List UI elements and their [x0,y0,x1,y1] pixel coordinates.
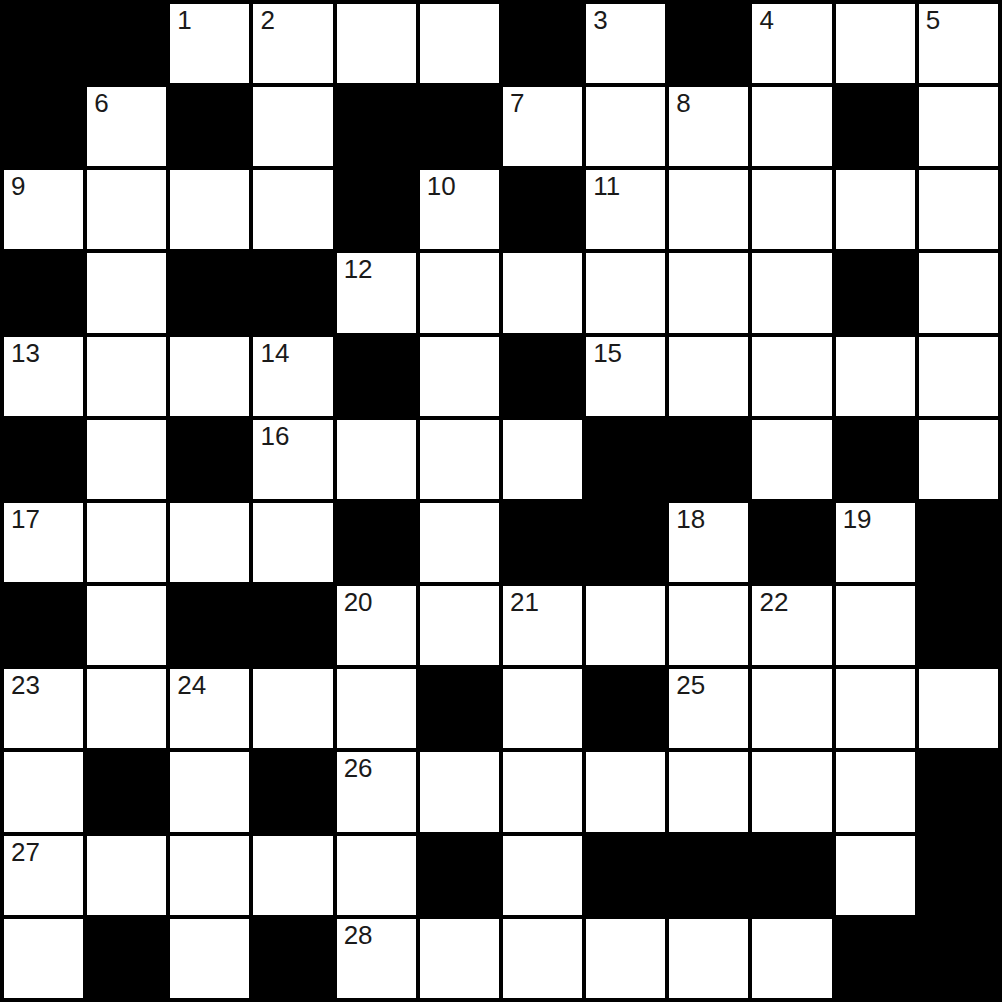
black-cell-r6c4 [337,503,416,582]
white-cell-r11c6[interactable] [503,919,582,998]
white-cell-r2c9[interactable] [752,170,831,249]
white-cell-r10c4[interactable] [337,836,416,915]
white-cell-r3c5[interactable] [420,253,499,332]
white-cell-r2c10[interactable] [836,170,915,249]
white-cell-r2c1[interactable] [87,170,166,249]
clue-number: 22 [759,588,788,618]
black-cell-r4c4 [337,337,416,416]
clue-number: 9 [11,172,25,202]
black-cell-r10c5 [420,836,499,915]
white-cell-r11c9[interactable] [752,919,831,998]
white-cell-r10c10[interactable] [836,836,915,915]
white-cell-r4c1[interactable] [87,337,166,416]
clue-number: 15 [593,339,622,369]
white-cell-r1c6[interactable]: 7 [503,87,582,166]
white-cell-r9c8[interactable] [669,752,748,831]
white-cell-r7c4[interactable]: 20 [337,586,416,665]
white-cell-r10c1[interactable] [87,836,166,915]
white-cell-r2c5[interactable]: 10 [420,170,499,249]
white-cell-r2c3[interactable] [253,170,332,249]
clue-number: 3 [593,6,607,36]
white-cell-r4c3[interactable]: 14 [253,337,332,416]
clue-number: 12 [344,255,373,285]
clue-number: 19 [843,505,872,535]
clue-number: 14 [260,339,289,369]
white-cell-r1c1[interactable]: 6 [87,87,166,166]
white-cell-r1c3[interactable] [253,87,332,166]
clue-number: 6 [94,89,108,119]
white-cell-r4c9[interactable] [752,337,831,416]
white-cell-r11c4[interactable]: 28 [337,919,416,998]
clue-number: 2 [260,6,274,36]
black-cell-r10c9 [752,836,831,915]
clue-number: 20 [344,588,373,618]
white-cell-r1c7[interactable] [586,87,665,166]
white-cell-r0c3[interactable]: 2 [253,4,332,83]
white-cell-r6c10[interactable]: 19 [836,503,915,582]
white-cell-r3c6[interactable] [503,253,582,332]
black-cell-r10c11 [919,836,998,915]
white-cell-r0c2[interactable]: 1 [170,4,249,83]
white-cell-r1c9[interactable] [752,87,831,166]
white-cell-r10c3[interactable] [253,836,332,915]
black-cell-r1c2 [170,87,249,166]
white-cell-r7c5[interactable] [420,586,499,665]
black-cell-r1c0 [4,87,83,166]
black-cell-r4c6 [503,337,582,416]
white-cell-r7c7[interactable] [586,586,665,665]
white-cell-r9c5[interactable] [420,752,499,831]
clue-number: 5 [926,6,940,36]
black-cell-r9c3 [253,752,332,831]
white-cell-r11c2[interactable] [170,919,249,998]
white-cell-r9c7[interactable] [586,752,665,831]
white-cell-r7c10[interactable] [836,586,915,665]
black-cell-r3c2 [170,253,249,332]
white-cell-r10c6[interactable] [503,836,582,915]
white-cell-r6c5[interactable] [420,503,499,582]
white-cell-r8c10[interactable] [836,669,915,748]
white-cell-r11c7[interactable] [586,919,665,998]
clue-number: 18 [676,505,705,535]
black-cell-r10c8 [669,836,748,915]
white-cell-r8c6[interactable] [503,669,582,748]
black-cell-r11c3 [253,919,332,998]
black-cell-r1c10 [836,87,915,166]
white-cell-r3c8[interactable] [669,253,748,332]
black-cell-r3c3 [253,253,332,332]
clue-number: 25 [676,671,705,701]
white-cell-r4c0[interactable]: 13 [4,337,83,416]
black-cell-r7c11 [919,586,998,665]
clue-number: 8 [676,89,690,119]
white-cell-r8c0[interactable]: 23 [4,669,83,748]
white-cell-r3c11[interactable] [919,253,998,332]
white-cell-r9c10[interactable] [836,752,915,831]
black-cell-r5c8 [669,420,748,499]
clue-number: 24 [177,671,206,701]
white-cell-r6c2[interactable] [170,503,249,582]
white-cell-r6c3[interactable] [253,503,332,582]
white-cell-r7c6[interactable]: 21 [503,586,582,665]
white-cell-r10c2[interactable] [170,836,249,915]
crossword-grid: 1234567891011121314151617181920212223242… [0,0,1002,1002]
white-cell-r4c7[interactable]: 15 [586,337,665,416]
black-cell-r11c11 [919,919,998,998]
black-cell-r8c7 [586,669,665,748]
black-cell-r6c7 [586,503,665,582]
black-cell-r5c10 [836,420,915,499]
white-cell-r8c4[interactable] [337,669,416,748]
white-cell-r7c9[interactable]: 22 [752,586,831,665]
white-cell-r6c1[interactable] [87,503,166,582]
clue-number: 26 [344,754,373,784]
white-cell-r5c1[interactable] [87,420,166,499]
clue-number: 16 [260,422,289,452]
white-cell-r4c8[interactable] [669,337,748,416]
white-cell-r5c9[interactable] [752,420,831,499]
white-cell-r9c2[interactable] [170,752,249,831]
white-cell-r1c8[interactable]: 8 [669,87,748,166]
white-cell-r9c6[interactable] [503,752,582,831]
white-cell-r8c3[interactable] [253,669,332,748]
black-cell-r0c8 [669,4,748,83]
black-cell-r3c0 [4,253,83,332]
white-cell-r4c5[interactable] [420,337,499,416]
white-cell-r0c11[interactable]: 5 [919,4,998,83]
black-cell-r10c7 [586,836,665,915]
white-cell-r10c0[interactable]: 27 [4,836,83,915]
white-cell-r2c7[interactable]: 11 [586,170,665,249]
white-cell-r2c0[interactable]: 9 [4,170,83,249]
white-cell-r6c0[interactable]: 17 [4,503,83,582]
white-cell-r11c5[interactable] [420,919,499,998]
white-cell-r0c5[interactable] [420,4,499,83]
white-cell-r8c1[interactable] [87,669,166,748]
clue-number: 4 [759,6,773,36]
white-cell-r5c4[interactable] [337,420,416,499]
black-cell-r7c3 [253,586,332,665]
white-cell-r5c11[interactable] [919,420,998,499]
white-cell-r2c8[interactable] [669,170,748,249]
white-cell-r9c0[interactable] [4,752,83,831]
black-cell-r0c0 [4,4,83,83]
black-cell-r6c9 [752,503,831,582]
white-cell-r3c4[interactable]: 12 [337,253,416,332]
clue-number: 21 [510,588,539,618]
black-cell-r9c11 [919,752,998,831]
clue-number: 10 [427,172,456,202]
white-cell-r0c9[interactable]: 4 [752,4,831,83]
white-cell-r0c10[interactable] [836,4,915,83]
black-cell-r6c6 [503,503,582,582]
clue-number: 17 [11,505,40,535]
black-cell-r11c10 [836,919,915,998]
white-cell-r0c7[interactable]: 3 [586,4,665,83]
white-cell-r7c1[interactable] [87,586,166,665]
clue-number: 1 [177,6,191,36]
white-cell-r8c9[interactable] [752,669,831,748]
black-cell-r1c5 [420,87,499,166]
black-cell-r7c0 [4,586,83,665]
white-cell-r6c8[interactable]: 18 [669,503,748,582]
white-cell-r8c11[interactable] [919,669,998,748]
black-cell-r8c5 [420,669,499,748]
black-cell-r5c7 [586,420,665,499]
white-cell-r4c10[interactable] [836,337,915,416]
clue-number: 28 [344,921,373,951]
black-cell-r3c10 [836,253,915,332]
white-cell-r9c4[interactable]: 26 [337,752,416,831]
white-cell-r0c4[interactable] [337,4,416,83]
black-cell-r2c6 [503,170,582,249]
clue-number: 23 [11,671,40,701]
clue-number: 13 [11,339,40,369]
black-cell-r0c1 [87,4,166,83]
white-cell-r4c11[interactable] [919,337,998,416]
white-cell-r1c11[interactable] [919,87,998,166]
black-cell-r7c2 [170,586,249,665]
white-cell-r8c2[interactable]: 24 [170,669,249,748]
black-cell-r1c4 [337,87,416,166]
white-cell-r8c8[interactable]: 25 [669,669,748,748]
black-cell-r11c1 [87,919,166,998]
white-cell-r9c9[interactable] [752,752,831,831]
black-cell-r6c11 [919,503,998,582]
white-cell-r5c3[interactable]: 16 [253,420,332,499]
white-cell-r11c0[interactable] [4,919,83,998]
clue-number: 11 [593,172,620,202]
black-cell-r0c6 [503,4,582,83]
white-cell-r11c8[interactable] [669,919,748,998]
white-cell-r2c2[interactable] [170,170,249,249]
black-cell-r9c1 [87,752,166,831]
white-cell-r3c7[interactable] [586,253,665,332]
white-cell-r5c5[interactable] [420,420,499,499]
white-cell-r7c8[interactable] [669,586,748,665]
clue-number: 27 [11,838,40,868]
clue-number: 7 [510,89,524,119]
black-cell-r5c2 [170,420,249,499]
black-cell-r2c4 [337,170,416,249]
white-cell-r4c2[interactable] [170,337,249,416]
white-cell-r3c1[interactable] [87,253,166,332]
white-cell-r2c11[interactable] [919,170,998,249]
black-cell-r5c0 [4,420,83,499]
white-cell-r3c9[interactable] [752,253,831,332]
white-cell-r5c6[interactable] [503,420,582,499]
